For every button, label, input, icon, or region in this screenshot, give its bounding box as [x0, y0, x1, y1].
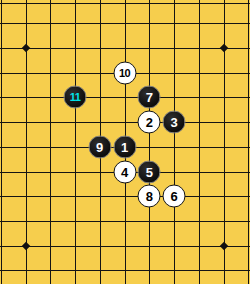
- stone-white-10: 10: [113, 61, 136, 84]
- star-point: [219, 44, 227, 52]
- grid-line-vertical: [50, 0, 51, 284]
- star-point: [21, 241, 29, 249]
- stone-white-8: 8: [138, 185, 161, 208]
- stone-white-4: 4: [113, 160, 136, 183]
- grid-line-vertical: [1, 0, 2, 284]
- grid-line-vertical: [174, 0, 175, 284]
- stone-black-11: 11: [64, 86, 87, 109]
- stone-white-6: 6: [163, 185, 186, 208]
- stone-black-5: 5: [138, 160, 161, 183]
- star-point: [21, 44, 29, 52]
- gomoku-board[interactable]: 1234567891011: [0, 0, 250, 284]
- stone-black-3: 3: [163, 111, 186, 134]
- star-point: [219, 241, 227, 249]
- grid-line-vertical: [199, 0, 200, 284]
- stone-black-9: 9: [88, 135, 111, 158]
- stone-black-7: 7: [138, 86, 161, 109]
- grid-line-vertical: [149, 0, 150, 284]
- stone-white-2: 2: [138, 111, 161, 134]
- stone-black-1: 1: [113, 135, 136, 158]
- grid-line-vertical: [248, 0, 249, 284]
- grid-line-vertical: [75, 0, 76, 284]
